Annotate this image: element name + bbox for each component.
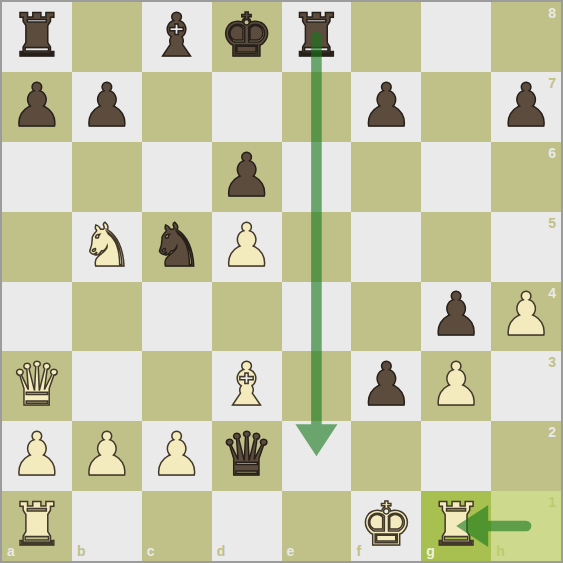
piece-white-pawn[interactable]: ♟: [499, 284, 553, 344]
square-f4[interactable]: [351, 282, 421, 352]
square-g3[interactable]: ♟: [421, 351, 491, 421]
square-g6[interactable]: [421, 142, 491, 212]
piece-black-pawn[interactable]: ♟: [499, 75, 553, 135]
rank-label-2: 2: [548, 425, 556, 439]
piece-black-pawn[interactable]: ♟: [359, 75, 413, 135]
square-d5[interactable]: ♟: [212, 212, 282, 282]
piece-white-pawn[interactable]: ♟: [220, 215, 274, 275]
rank-label-3: 3: [548, 355, 556, 369]
square-b4[interactable]: [72, 282, 142, 352]
piece-white-pawn[interactable]: ♟: [80, 424, 134, 484]
piece-black-bishop[interactable]: ♝: [150, 5, 204, 65]
square-b2[interactable]: ♟: [72, 421, 142, 491]
square-c7[interactable]: [142, 72, 212, 142]
square-a5[interactable]: [2, 212, 72, 282]
piece-black-king[interactable]: ♚: [220, 5, 274, 65]
square-f6[interactable]: [351, 142, 421, 212]
square-a8[interactable]: ♜: [2, 2, 72, 72]
file-label-a: a: [7, 544, 15, 558]
square-d7[interactable]: [212, 72, 282, 142]
square-e6[interactable]: [282, 142, 352, 212]
square-h7[interactable]: ♟7: [491, 72, 561, 142]
piece-black-pawn[interactable]: ♟: [10, 75, 64, 135]
piece-white-rook[interactable]: ♜: [429, 494, 483, 554]
rank-label-4: 4: [548, 286, 556, 300]
rank-label-8: 8: [548, 6, 556, 20]
file-label-d: d: [217, 544, 226, 558]
piece-black-rook[interactable]: ♜: [10, 5, 64, 65]
square-d6[interactable]: ♟: [212, 142, 282, 212]
square-c1[interactable]: c: [142, 491, 212, 561]
square-a1[interactable]: ♜a: [2, 491, 72, 561]
square-d2[interactable]: ♛: [212, 421, 282, 491]
square-g1[interactable]: ♜g: [421, 491, 491, 561]
square-a6[interactable]: [2, 142, 72, 212]
rank-label-6: 6: [548, 146, 556, 160]
square-c3[interactable]: [142, 351, 212, 421]
square-g5[interactable]: [421, 212, 491, 282]
square-f1[interactable]: ♚f: [351, 491, 421, 561]
square-d4[interactable]: [212, 282, 282, 352]
square-h1[interactable]: 1h: [491, 491, 561, 561]
square-a2[interactable]: ♟: [2, 421, 72, 491]
square-g4[interactable]: ♟: [421, 282, 491, 352]
piece-white-bishop[interactable]: ♝: [220, 354, 274, 414]
file-label-f: f: [356, 544, 361, 558]
square-e8[interactable]: ♜: [282, 2, 352, 72]
piece-black-pawn[interactable]: ♟: [359, 354, 413, 414]
piece-white-pawn[interactable]: ♟: [10, 424, 64, 484]
square-e3[interactable]: [282, 351, 352, 421]
rank-label-7: 7: [548, 76, 556, 90]
square-d1[interactable]: d: [212, 491, 282, 561]
square-e2[interactable]: [282, 421, 352, 491]
square-g7[interactable]: [421, 72, 491, 142]
chess-board: ♜♝♚♜8♟♟♟♟7♟6♞♞♟5♟♟4♛♝♟♟3♟♟♟♛2♜abcde♚f♜g1…: [2, 2, 561, 561]
piece-white-queen[interactable]: ♛: [10, 354, 64, 414]
square-e5[interactable]: [282, 212, 352, 282]
piece-black-knight[interactable]: ♞: [150, 215, 204, 275]
square-h4[interactable]: ♟4: [491, 282, 561, 352]
piece-white-rook[interactable]: ♜: [10, 494, 64, 554]
square-h3[interactable]: 3: [491, 351, 561, 421]
square-c2[interactable]: ♟: [142, 421, 212, 491]
square-c4[interactable]: [142, 282, 212, 352]
square-f2[interactable]: [351, 421, 421, 491]
square-d8[interactable]: ♚: [212, 2, 282, 72]
square-b7[interactable]: ♟: [72, 72, 142, 142]
piece-black-queen[interactable]: ♛: [220, 424, 274, 484]
square-c6[interactable]: [142, 142, 212, 212]
rank-label-1: 1: [548, 495, 556, 509]
square-a3[interactable]: ♛: [2, 351, 72, 421]
square-b3[interactable]: [72, 351, 142, 421]
square-a7[interactable]: ♟: [2, 72, 72, 142]
rank-label-5: 5: [548, 216, 556, 230]
piece-black-pawn[interactable]: ♟: [220, 145, 274, 205]
square-f7[interactable]: ♟: [351, 72, 421, 142]
square-h5[interactable]: 5: [491, 212, 561, 282]
piece-white-knight[interactable]: ♞: [80, 215, 134, 275]
square-f3[interactable]: ♟: [351, 351, 421, 421]
square-h8[interactable]: 8: [491, 2, 561, 72]
square-b5[interactable]: ♞: [72, 212, 142, 282]
square-b8[interactable]: [72, 2, 142, 72]
square-b6[interactable]: [72, 142, 142, 212]
file-label-e: e: [287, 544, 295, 558]
piece-white-king[interactable]: ♚: [359, 494, 413, 554]
piece-black-pawn[interactable]: ♟: [80, 75, 134, 135]
square-f5[interactable]: [351, 212, 421, 282]
square-a4[interactable]: [2, 282, 72, 352]
file-label-g: g: [426, 544, 435, 558]
piece-black-pawn[interactable]: ♟: [429, 284, 483, 344]
square-g2[interactable]: [421, 421, 491, 491]
file-label-c: c: [147, 544, 155, 558]
piece-white-pawn[interactable]: ♟: [429, 354, 483, 414]
square-b1[interactable]: b: [72, 491, 142, 561]
piece-black-rook[interactable]: ♜: [290, 5, 344, 65]
square-g8[interactable]: [421, 2, 491, 72]
square-e4[interactable]: [282, 282, 352, 352]
square-c8[interactable]: ♝: [142, 2, 212, 72]
chess-board-frame: ♜♝♚♜8♟♟♟♟7♟6♞♞♟5♟♟4♛♝♟♟3♟♟♟♛2♜abcde♚f♜g1…: [0, 0, 563, 563]
square-h6[interactable]: 6: [491, 142, 561, 212]
square-f8[interactable]: [351, 2, 421, 72]
file-label-h: h: [496, 544, 505, 558]
file-label-b: b: [77, 544, 86, 558]
square-d3[interactable]: ♝: [212, 351, 282, 421]
square-c5[interactable]: ♞: [142, 212, 212, 282]
piece-white-pawn[interactable]: ♟: [150, 424, 204, 484]
square-e7[interactable]: [282, 72, 352, 142]
square-h2[interactable]: 2: [491, 421, 561, 491]
square-e1[interactable]: e: [282, 491, 352, 561]
